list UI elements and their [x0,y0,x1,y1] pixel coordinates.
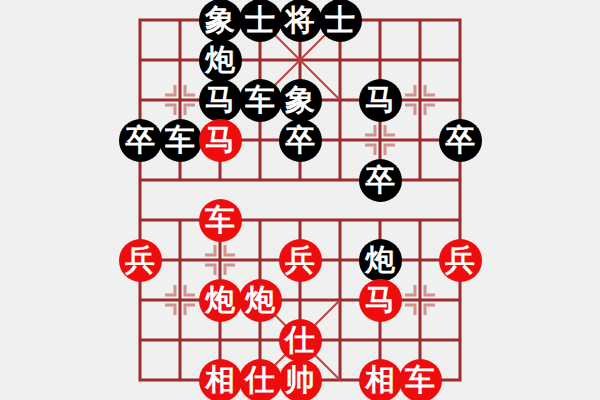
piece-black-elephant[interactable]: 象 [279,79,322,122]
piece-black-chariot[interactable]: 车 [159,119,202,162]
piece-black-advisor[interactable]: 士 [239,0,282,42]
piece-black-horse[interactable]: 马 [359,79,402,122]
piece-red-king[interactable]: 帅 [279,359,322,400]
piece-red-cannon[interactable]: 炮 [199,279,242,322]
piece-red-advisor[interactable]: 仕 [279,319,322,362]
piece-red-pawn[interactable]: 兵 [279,239,322,282]
piece-red-cannon[interactable]: 炮 [239,279,282,322]
piece-black-elephant[interactable]: 象 [199,0,242,42]
piece-red-elephant[interactable]: 相 [359,359,402,400]
piece-black-pawn[interactable]: 卒 [359,159,402,202]
xiangqi-board[interactable]: 象士将士炮马车象马卒车马卒卒卒车兵兵炮兵炮炮马仕相仕帅相车 [120,0,480,400]
piece-red-elephant[interactable]: 相 [199,359,242,400]
piece-red-advisor[interactable]: 仕 [239,359,282,400]
piece-black-king[interactable]: 将 [279,0,322,42]
piece-red-chariot[interactable]: 车 [199,199,242,242]
piece-black-pawn[interactable]: 卒 [439,119,482,162]
piece-black-advisor[interactable]: 士 [319,0,362,42]
piece-red-pawn[interactable]: 兵 [439,239,482,282]
piece-black-chariot[interactable]: 车 [239,79,282,122]
piece-black-cannon[interactable]: 炮 [199,39,242,82]
xiangqi-app: 象士将士炮马车象马卒车马卒卒卒车兵兵炮兵炮炮马仕相仕帅相车 [0,0,600,400]
piece-black-horse[interactable]: 马 [199,79,242,122]
piece-black-pawn[interactable]: 卒 [279,119,322,162]
piece-red-horse[interactable]: 马 [199,119,242,162]
piece-red-horse[interactable]: 马 [359,279,402,322]
piece-red-chariot[interactable]: 车 [399,359,442,400]
piece-black-pawn[interactable]: 卒 [119,119,162,162]
piece-black-cannon[interactable]: 炮 [359,239,402,282]
piece-red-pawn[interactable]: 兵 [119,239,162,282]
